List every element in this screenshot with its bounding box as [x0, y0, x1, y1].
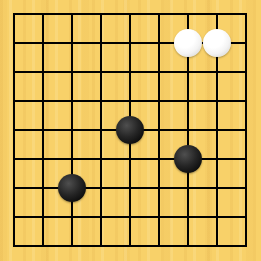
- point-G7[interactable]: [174, 58, 203, 87]
- point-H5[interactable]: [203, 116, 232, 145]
- point-E2[interactable]: [116, 203, 145, 232]
- point-F9[interactable]: [145, 0, 174, 29]
- black-stone-G4: [174, 145, 202, 173]
- point-A5[interactable]: [0, 116, 29, 145]
- point-H1[interactable]: [203, 232, 232, 261]
- point-E1[interactable]: [116, 232, 145, 261]
- point-H7[interactable]: [203, 58, 232, 87]
- point-H2[interactable]: [203, 203, 232, 232]
- point-D5[interactable]: [87, 116, 116, 145]
- point-B4[interactable]: [29, 145, 58, 174]
- point-F4[interactable]: [145, 145, 174, 174]
- point-D1[interactable]: [87, 232, 116, 261]
- point-J4[interactable]: [232, 145, 261, 174]
- point-D6[interactable]: [87, 87, 116, 116]
- point-C5[interactable]: [58, 116, 87, 145]
- point-H9[interactable]: [203, 0, 232, 29]
- point-A3[interactable]: [0, 174, 29, 203]
- point-G5[interactable]: [174, 116, 203, 145]
- point-E7[interactable]: [116, 58, 145, 87]
- point-F5[interactable]: [145, 116, 174, 145]
- point-H6[interactable]: [203, 87, 232, 116]
- point-G1[interactable]: [174, 232, 203, 261]
- point-A7[interactable]: [0, 58, 29, 87]
- point-D4[interactable]: [87, 145, 116, 174]
- point-E9[interactable]: [116, 0, 145, 29]
- point-E8[interactable]: [116, 29, 145, 58]
- point-C7[interactable]: [58, 58, 87, 87]
- point-C2[interactable]: [58, 203, 87, 232]
- point-G9[interactable]: [174, 0, 203, 29]
- point-F6[interactable]: [145, 87, 174, 116]
- point-B7[interactable]: [29, 58, 58, 87]
- point-D7[interactable]: [87, 58, 116, 87]
- point-D8[interactable]: [87, 29, 116, 58]
- point-E3[interactable]: [116, 174, 145, 203]
- point-E6[interactable]: [116, 87, 145, 116]
- point-B3[interactable]: [29, 174, 58, 203]
- point-A4[interactable]: [0, 145, 29, 174]
- point-J8[interactable]: [232, 29, 261, 58]
- point-J7[interactable]: [232, 58, 261, 87]
- point-F2[interactable]: [145, 203, 174, 232]
- point-B2[interactable]: [29, 203, 58, 232]
- point-F7[interactable]: [145, 58, 174, 87]
- point-D3[interactable]: [87, 174, 116, 203]
- point-C8[interactable]: [58, 29, 87, 58]
- point-J3[interactable]: [232, 174, 261, 203]
- point-A6[interactable]: [0, 87, 29, 116]
- point-J6[interactable]: [232, 87, 261, 116]
- point-J1[interactable]: [232, 232, 261, 261]
- white-stone-G8: [174, 29, 202, 57]
- point-F3[interactable]: [145, 174, 174, 203]
- point-G2[interactable]: [174, 203, 203, 232]
- point-B1[interactable]: [29, 232, 58, 261]
- point-A9[interactable]: [0, 0, 29, 29]
- point-A1[interactable]: [0, 232, 29, 261]
- point-G6[interactable]: [174, 87, 203, 116]
- point-D2[interactable]: [87, 203, 116, 232]
- point-C9[interactable]: [58, 0, 87, 29]
- point-H4[interactable]: [203, 145, 232, 174]
- point-B8[interactable]: [29, 29, 58, 58]
- point-D9[interactable]: [87, 0, 116, 29]
- point-A8[interactable]: [0, 29, 29, 58]
- point-A2[interactable]: [0, 203, 29, 232]
- black-stone-E5: [116, 116, 144, 144]
- point-B6[interactable]: [29, 87, 58, 116]
- white-stone-H8: [203, 29, 231, 57]
- point-F8[interactable]: [145, 29, 174, 58]
- point-C1[interactable]: [58, 232, 87, 261]
- point-C6[interactable]: [58, 87, 87, 116]
- point-C4[interactable]: [58, 145, 87, 174]
- go-board: [0, 0, 261, 261]
- point-B5[interactable]: [29, 116, 58, 145]
- point-E4[interactable]: [116, 145, 145, 174]
- point-F1[interactable]: [145, 232, 174, 261]
- black-stone-C3: [58, 174, 86, 202]
- point-G3[interactable]: [174, 174, 203, 203]
- point-J9[interactable]: [232, 0, 261, 29]
- point-J2[interactable]: [232, 203, 261, 232]
- point-J5[interactable]: [232, 116, 261, 145]
- point-B9[interactable]: [29, 0, 58, 29]
- point-H3[interactable]: [203, 174, 232, 203]
